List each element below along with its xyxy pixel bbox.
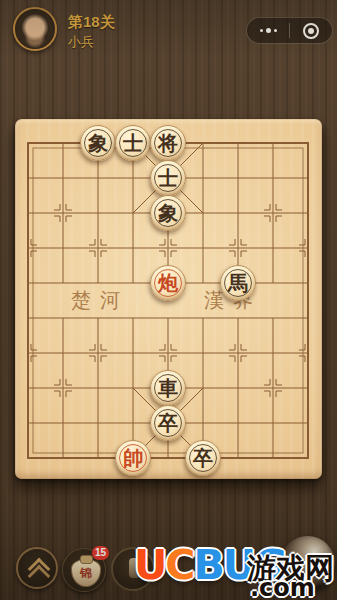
piece-black-advisor[interactable]: 士 (150, 160, 186, 196)
river-label-left: 楚河 (71, 287, 129, 314)
piece-character: 将 (158, 133, 178, 153)
hint-count-badge: 15 (92, 546, 109, 560)
piece-character: 炮 (158, 273, 178, 293)
level-label: 第18关 (68, 13, 115, 32)
piece-black-elephant[interactable]: 象 (80, 125, 116, 161)
more-button[interactable] (247, 18, 289, 43)
piece-character: 卒 (193, 448, 213, 468)
piece-red-cannon[interactable]: 炮 (150, 265, 186, 301)
collapse-button[interactable] (16, 547, 58, 589)
more-icon (266, 28, 271, 33)
piece-character: 象 (158, 203, 178, 223)
hint-bag-button[interactable]: 锦 15 (62, 548, 106, 592)
piece-black-soldier[interactable]: 卒 (185, 440, 221, 476)
watermark-letter: U (223, 541, 254, 589)
player-avatar[interactable] (13, 7, 57, 51)
app-screen: 第18关 小兵 楚河 漢界 象士将士象炮馬車卒帥卒 锦 15 UCBUG (0, 0, 337, 600)
watermark-brand: UCBUG (134, 541, 286, 589)
exit-button[interactable] (290, 18, 332, 43)
obscured-round-button[interactable] (111, 547, 155, 591)
piece-character: 車 (158, 378, 178, 398)
watermark-letter: B (193, 541, 222, 589)
piece-black-advisor[interactable]: 士 (115, 125, 151, 161)
piece-red-general[interactable]: 帥 (115, 440, 151, 476)
dark-sphere-button[interactable] (280, 536, 335, 591)
piece-black-soldier[interactable]: 卒 (150, 405, 186, 441)
piece-black-chariot[interactable]: 車 (150, 370, 186, 406)
bag-label: 锦 (80, 565, 92, 582)
more-icon (274, 29, 277, 32)
obscured-button-icon (129, 558, 141, 578)
miniprogram-capsule (246, 17, 333, 44)
circle-target-icon (303, 23, 319, 39)
piece-character: 馬 (228, 273, 248, 293)
piece-black-elephant[interactable]: 象 (150, 195, 186, 231)
more-icon (260, 29, 263, 32)
piece-character: 象 (88, 133, 108, 153)
piece-character: 帥 (123, 448, 143, 468)
piece-character: 卒 (158, 413, 178, 433)
piece-character: 士 (123, 133, 143, 153)
piece-black-general[interactable]: 将 (150, 125, 186, 161)
watermark-letter: C (165, 541, 193, 589)
money-bag-icon: 锦 (71, 559, 101, 587)
piece-character: 士 (158, 168, 178, 188)
piece-black-horse[interactable]: 馬 (220, 265, 256, 301)
xiangqi-board[interactable]: 楚河 漢界 象士将士象炮馬車卒帥卒 (15, 119, 322, 479)
level-name: 小兵 (68, 33, 94, 51)
